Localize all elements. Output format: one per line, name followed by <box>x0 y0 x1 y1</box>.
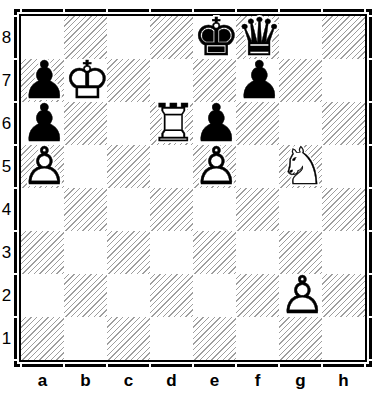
square-f1[interactable] <box>236 317 279 360</box>
square-a4[interactable] <box>21 188 64 231</box>
frame-gap: ♚♚♛♛♟♟♚♔♟♟♟♟♜♖♟♟♟♙♟♙♞♘♟♙ <box>17 12 369 364</box>
rank-label-3: 3 <box>0 231 13 274</box>
square-h5[interactable] <box>322 145 365 188</box>
square-h6[interactable] <box>322 102 365 145</box>
square-b2[interactable] <box>64 274 107 317</box>
square-g2[interactable]: ♟♙ <box>279 274 322 317</box>
rank-label-4: 4 <box>0 188 13 231</box>
square-d4[interactable] <box>150 188 193 231</box>
rank-label-6: 6 <box>0 102 13 145</box>
square-c7[interactable] <box>107 59 150 102</box>
square-b6[interactable] <box>64 102 107 145</box>
square-g4[interactable] <box>279 188 322 231</box>
square-b3[interactable] <box>64 231 107 274</box>
file-label-d: d <box>150 371 193 391</box>
square-e5[interactable]: ♟♙ <box>193 145 236 188</box>
rank-labels: 87654321 <box>0 16 13 360</box>
square-g8[interactable] <box>279 16 322 59</box>
square-a5[interactable]: ♟♙ <box>21 145 64 188</box>
square-e1[interactable] <box>193 317 236 360</box>
square-d6[interactable]: ♜♖ <box>150 102 193 145</box>
square-e4[interactable] <box>193 188 236 231</box>
square-c3[interactable] <box>107 231 150 274</box>
piece-black-pawn-f7[interactable]: ♟ <box>236 59 279 102</box>
square-h8[interactable] <box>322 16 365 59</box>
rank-label-2: 2 <box>0 274 13 317</box>
piece-black-king-e8[interactable]: ♚ <box>193 16 236 59</box>
square-a3[interactable] <box>21 231 64 274</box>
file-label-h: h <box>322 371 365 391</box>
frame-right-edge <box>369 9 372 367</box>
board-inner-frame: ♚♚♛♛♟♟♚♔♟♟♟♟♜♖♟♟♟♙♟♙♞♘♟♙ <box>19 14 367 362</box>
square-g1[interactable] <box>279 317 322 360</box>
square-c8[interactable] <box>107 16 150 59</box>
square-b1[interactable] <box>64 317 107 360</box>
board-frame: ♚♚♛♛♟♟♚♔♟♟♟♟♜♖♟♟♟♙♟♙♞♘♟♙ <box>14 9 372 367</box>
square-a1[interactable] <box>21 317 64 360</box>
square-e3[interactable] <box>193 231 236 274</box>
square-f2[interactable] <box>236 274 279 317</box>
rank-label-1: 1 <box>0 317 13 360</box>
file-label-b: b <box>64 371 107 391</box>
board-grid: ♚♚♛♛♟♟♚♔♟♟♟♟♜♖♟♟♟♙♟♙♞♘♟♙ <box>21 16 365 360</box>
square-c6[interactable] <box>107 102 150 145</box>
square-f3[interactable] <box>236 231 279 274</box>
square-a2[interactable] <box>21 274 64 317</box>
piece-white-rook-d6[interactable]: ♖ <box>150 102 193 145</box>
file-label-c: c <box>107 371 150 391</box>
square-c1[interactable] <box>107 317 150 360</box>
rank-label-5: 5 <box>0 145 13 188</box>
square-d5[interactable] <box>150 145 193 188</box>
square-f4[interactable] <box>236 188 279 231</box>
piece-white-pawn-e5[interactable]: ♙ <box>193 145 236 188</box>
square-h7[interactable] <box>322 59 365 102</box>
square-d8[interactable] <box>150 16 193 59</box>
square-c2[interactable] <box>107 274 150 317</box>
file-labels: abcdefgh <box>21 368 365 394</box>
square-c5[interactable] <box>107 145 150 188</box>
piece-white-pawn-a5[interactable]: ♙ <box>21 145 64 188</box>
square-c4[interactable] <box>107 188 150 231</box>
file-label-g: g <box>279 371 322 391</box>
piece-white-pawn-g2[interactable]: ♙ <box>279 274 322 317</box>
rank-label-8: 8 <box>0 16 13 59</box>
square-f5[interactable] <box>236 145 279 188</box>
square-h2[interactable] <box>322 274 365 317</box>
file-label-e: e <box>193 371 236 391</box>
file-label-f: f <box>236 371 279 391</box>
square-b7[interactable]: ♚♔ <box>64 59 107 102</box>
rank-label-7: 7 <box>0 59 13 102</box>
square-g7[interactable] <box>279 59 322 102</box>
file-label-a: a <box>21 371 64 391</box>
frame-bottom-edge <box>14 364 372 367</box>
square-b4[interactable] <box>64 188 107 231</box>
piece-white-knight-g5[interactable]: ♘ <box>279 145 322 188</box>
square-g5[interactable]: ♞♘ <box>279 145 322 188</box>
square-d2[interactable] <box>150 274 193 317</box>
square-d1[interactable] <box>150 317 193 360</box>
chess-diagram: 87654321 ♚♚♛♛♟♟♚♔♟♟♟♟♜♖♟♟♟♙♟♙♞♘♟♙ abcdef… <box>0 0 387 394</box>
square-d3[interactable] <box>150 231 193 274</box>
square-h3[interactable] <box>322 231 365 274</box>
piece-white-king-b7[interactable]: ♔ <box>64 59 107 102</box>
square-h4[interactable] <box>322 188 365 231</box>
square-f7[interactable]: ♟♟ <box>236 59 279 102</box>
square-h1[interactable] <box>322 317 365 360</box>
square-e8[interactable]: ♚♚ <box>193 16 236 59</box>
square-b5[interactable] <box>64 145 107 188</box>
square-f6[interactable] <box>236 102 279 145</box>
square-e2[interactable] <box>193 274 236 317</box>
